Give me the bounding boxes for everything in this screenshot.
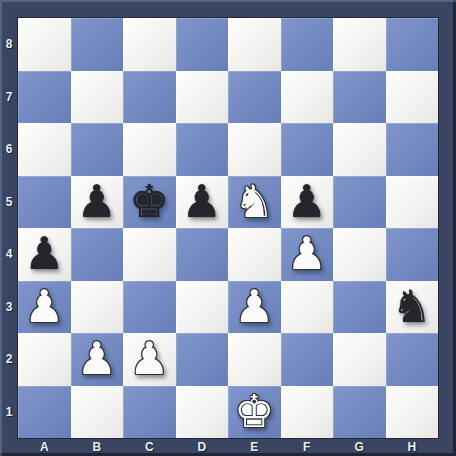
square-a5[interactable] [18,176,71,229]
square-c7[interactable] [123,71,176,124]
file-label-d: D [176,438,229,456]
square-g8[interactable] [333,18,386,71]
black-pawn[interactable]: ♟ [182,176,222,228]
square-g2[interactable] [333,333,386,386]
square-g4[interactable] [333,228,386,281]
square-d3[interactable] [176,281,229,334]
white-pawn[interactable]: ♟ [129,333,169,385]
white-pawn[interactable]: ♟ [234,281,274,333]
square-d5[interactable]: ♟ [176,176,229,229]
square-c8[interactable] [123,18,176,71]
black-pawn[interactable]: ♟ [287,176,327,228]
rank-label-6: 6 [0,123,18,176]
square-h8[interactable] [386,18,439,71]
white-pawn[interactable]: ♟ [287,228,327,280]
square-e2[interactable] [228,333,281,386]
file-label-a: A [18,438,71,456]
square-g3[interactable] [333,281,386,334]
square-h2[interactable] [386,333,439,386]
square-b4[interactable] [71,228,124,281]
square-d2[interactable] [176,333,229,386]
rank-label-2: 2 [0,333,18,386]
file-label-c: C [123,438,176,456]
square-a1[interactable] [18,386,71,439]
white-knight[interactable]: ♞ [234,176,274,228]
square-e6[interactable] [228,123,281,176]
square-c2[interactable]: ♟ [123,333,176,386]
square-h6[interactable] [386,123,439,176]
board-grid: ♟♚♟♞♟♟♟♟♟♞♟♟♚ [18,18,438,438]
square-e8[interactable] [228,18,281,71]
square-c3[interactable] [123,281,176,334]
square-f2[interactable] [281,333,334,386]
rank-label-4: 4 [0,228,18,281]
square-f1[interactable] [281,386,334,439]
rank-label-5: 5 [0,176,18,229]
black-pawn[interactable]: ♟ [24,228,64,280]
square-d8[interactable] [176,18,229,71]
square-e1[interactable]: ♚ [228,386,281,439]
file-label-f: F [281,438,334,456]
black-pawn[interactable]: ♟ [77,176,117,228]
square-g7[interactable] [333,71,386,124]
file-label-b: B [71,438,124,456]
square-f8[interactable] [281,18,334,71]
square-e5[interactable]: ♞ [228,176,281,229]
square-c6[interactable] [123,123,176,176]
square-a3[interactable]: ♟ [18,281,71,334]
square-g6[interactable] [333,123,386,176]
square-f7[interactable] [281,71,334,124]
white-king[interactable]: ♚ [234,386,274,438]
square-b3[interactable] [71,281,124,334]
square-a7[interactable] [18,71,71,124]
square-a6[interactable] [18,123,71,176]
square-h4[interactable] [386,228,439,281]
square-a4[interactable]: ♟ [18,228,71,281]
square-g1[interactable] [333,386,386,439]
square-d7[interactable] [176,71,229,124]
square-h7[interactable] [386,71,439,124]
rank-label-7: 7 [0,71,18,124]
square-h5[interactable] [386,176,439,229]
square-c1[interactable] [123,386,176,439]
square-b1[interactable] [71,386,124,439]
square-e7[interactable] [228,71,281,124]
file-label-g: G [333,438,386,456]
square-g5[interactable] [333,176,386,229]
square-h1[interactable] [386,386,439,439]
black-knight[interactable]: ♞ [392,281,432,333]
file-label-h: H [386,438,439,456]
square-b6[interactable] [71,123,124,176]
square-c4[interactable] [123,228,176,281]
white-pawn[interactable]: ♟ [24,281,64,333]
square-f5[interactable]: ♟ [281,176,334,229]
square-a2[interactable] [18,333,71,386]
square-e3[interactable]: ♟ [228,281,281,334]
square-h3[interactable]: ♞ [386,281,439,334]
rank-label-8: 8 [0,18,18,71]
square-d1[interactable] [176,386,229,439]
black-king[interactable]: ♚ [129,176,169,228]
square-b8[interactable] [71,18,124,71]
square-e4[interactable] [228,228,281,281]
square-d6[interactable] [176,123,229,176]
white-pawn[interactable]: ♟ [77,333,117,385]
chess-board: ♟♚♟♞♟♟♟♟♟♞♟♟♚ 87654321 ABCDEFGH [0,0,456,456]
square-c5[interactable]: ♚ [123,176,176,229]
square-a8[interactable] [18,18,71,71]
rank-labels: 87654321 [0,18,18,438]
square-d4[interactable] [176,228,229,281]
square-f4[interactable]: ♟ [281,228,334,281]
square-b2[interactable]: ♟ [71,333,124,386]
square-b5[interactable]: ♟ [71,176,124,229]
square-f3[interactable] [281,281,334,334]
rank-label-3: 3 [0,281,18,334]
square-b7[interactable] [71,71,124,124]
square-f6[interactable] [281,123,334,176]
file-label-e: E [228,438,281,456]
file-labels: ABCDEFGH [18,438,438,456]
rank-label-1: 1 [0,386,18,439]
